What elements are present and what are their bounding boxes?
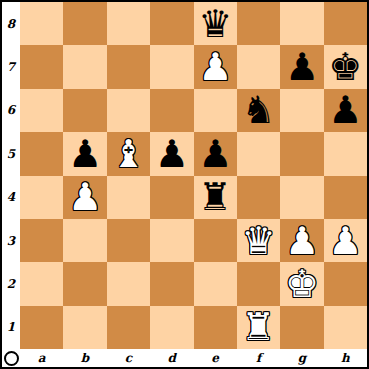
- file-label-f: f: [237, 349, 280, 367]
- black-king-piece: ♚: [328, 48, 362, 86]
- square-f5[interactable]: [237, 132, 280, 175]
- square-f2[interactable]: [237, 262, 280, 305]
- square-b1[interactable]: [63, 306, 106, 349]
- white-rook-piece: ♜: [242, 308, 276, 346]
- square-d7[interactable]: [150, 45, 193, 88]
- black-pawn-piece: ♟: [68, 135, 102, 173]
- rank-label-2: 2: [2, 262, 20, 305]
- black-pawn-piece: ♟: [285, 48, 319, 86]
- square-b4[interactable]: ♟: [63, 176, 106, 219]
- square-d2[interactable]: [150, 262, 193, 305]
- square-d5[interactable]: ♟: [150, 132, 193, 175]
- square-h4[interactable]: [324, 176, 367, 219]
- square-a3[interactable]: [20, 219, 63, 262]
- file-label-a: a: [20, 349, 63, 367]
- black-knight-piece: ♞: [242, 91, 276, 129]
- square-g1[interactable]: [280, 306, 323, 349]
- rank-label-8: 8: [2, 2, 20, 45]
- square-a5[interactable]: [20, 132, 63, 175]
- square-g5[interactable]: [280, 132, 323, 175]
- square-c8[interactable]: [107, 2, 150, 45]
- square-g2[interactable]: ♚: [280, 262, 323, 305]
- square-b3[interactable]: [63, 219, 106, 262]
- square-c5[interactable]: ♝: [107, 132, 150, 175]
- square-f1[interactable]: ♜: [237, 306, 280, 349]
- square-f7[interactable]: [237, 45, 280, 88]
- rank-label-6: 6: [2, 89, 20, 132]
- square-b6[interactable]: [63, 89, 106, 132]
- square-f3[interactable]: ♛: [237, 219, 280, 262]
- square-c7[interactable]: [107, 45, 150, 88]
- white-pawn-piece: ♟: [285, 222, 319, 260]
- black-queen-piece: ♛: [198, 5, 232, 43]
- square-h7[interactable]: ♚: [324, 45, 367, 88]
- square-b8[interactable]: [63, 2, 106, 45]
- square-c6[interactable]: [107, 89, 150, 132]
- square-f4[interactable]: [237, 176, 280, 219]
- square-h1[interactable]: [324, 306, 367, 349]
- chess-board: 8♛7♟♟♚6♞♟5♟♝♟♟4♟♜3♛♟♟2♚1♜abcdefgh: [0, 0, 369, 369]
- black-pawn-piece: ♟: [328, 91, 362, 129]
- rank-label-4: 4: [2, 176, 20, 219]
- square-a4[interactable]: [20, 176, 63, 219]
- side-to-move-cell: [2, 349, 20, 367]
- square-a1[interactable]: [20, 306, 63, 349]
- square-e3[interactable]: [194, 219, 237, 262]
- square-h5[interactable]: [324, 132, 367, 175]
- white-pawn-piece: ♟: [328, 222, 362, 260]
- square-e2[interactable]: [194, 262, 237, 305]
- white-bishop-piece: ♝: [111, 135, 145, 173]
- square-c1[interactable]: [107, 306, 150, 349]
- square-e5[interactable]: ♟: [194, 132, 237, 175]
- white-pawn-piece: ♟: [68, 178, 102, 216]
- file-label-g: g: [280, 349, 323, 367]
- square-e4[interactable]: ♜: [194, 176, 237, 219]
- file-label-h: h: [324, 349, 367, 367]
- square-a8[interactable]: [20, 2, 63, 45]
- square-a2[interactable]: [20, 262, 63, 305]
- square-d4[interactable]: [150, 176, 193, 219]
- square-g3[interactable]: ♟: [280, 219, 323, 262]
- square-b2[interactable]: [63, 262, 106, 305]
- white-king-piece: ♚: [285, 265, 319, 303]
- square-d6[interactable]: [150, 89, 193, 132]
- white-queen-piece: ♛: [242, 222, 276, 260]
- square-g6[interactable]: [280, 89, 323, 132]
- file-label-e: e: [194, 349, 237, 367]
- black-pawn-piece: ♟: [198, 135, 232, 173]
- square-f6[interactable]: ♞: [237, 89, 280, 132]
- black-pawn-piece: ♟: [155, 135, 189, 173]
- square-e8[interactable]: ♛: [194, 2, 237, 45]
- square-e1[interactable]: [194, 306, 237, 349]
- square-c3[interactable]: [107, 219, 150, 262]
- side-to-move-indicator: [4, 351, 19, 366]
- square-h3[interactable]: ♟: [324, 219, 367, 262]
- rank-label-5: 5: [2, 132, 20, 175]
- square-b5[interactable]: ♟: [63, 132, 106, 175]
- square-b7[interactable]: [63, 45, 106, 88]
- square-g8[interactable]: [280, 2, 323, 45]
- square-h6[interactable]: ♟: [324, 89, 367, 132]
- square-h8[interactable]: [324, 2, 367, 45]
- file-label-b: b: [63, 349, 106, 367]
- square-c4[interactable]: [107, 176, 150, 219]
- white-pawn-piece: ♟: [198, 48, 232, 86]
- rank-label-7: 7: [2, 45, 20, 88]
- square-g4[interactable]: [280, 176, 323, 219]
- rank-label-3: 3: [2, 219, 20, 262]
- square-a6[interactable]: [20, 89, 63, 132]
- square-d8[interactable]: [150, 2, 193, 45]
- square-f8[interactable]: [237, 2, 280, 45]
- rank-label-1: 1: [2, 306, 20, 349]
- square-d3[interactable]: [150, 219, 193, 262]
- square-h2[interactable]: [324, 262, 367, 305]
- square-c2[interactable]: [107, 262, 150, 305]
- file-label-c: c: [107, 349, 150, 367]
- file-label-d: d: [150, 349, 193, 367]
- black-rook-piece: ♜: [198, 178, 232, 216]
- square-e7[interactable]: ♟: [194, 45, 237, 88]
- square-d1[interactable]: [150, 306, 193, 349]
- square-e6[interactable]: [194, 89, 237, 132]
- square-g7[interactable]: ♟: [280, 45, 323, 88]
- square-a7[interactable]: [20, 45, 63, 88]
